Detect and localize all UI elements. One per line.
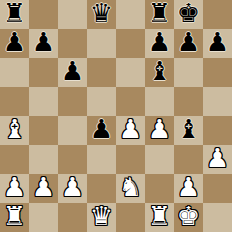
square-d4[interactable]: ♟ — [87, 116, 116, 145]
square-b7[interactable]: ♟ — [29, 29, 58, 58]
square-c3[interactable] — [58, 145, 87, 174]
square-d6[interactable] — [87, 58, 116, 87]
square-e1[interactable] — [116, 203, 145, 232]
square-g2[interactable]: ♟ — [174, 174, 203, 203]
square-c6[interactable]: ♟ — [58, 58, 87, 87]
square-h6[interactable] — [203, 58, 232, 87]
square-b1[interactable] — [29, 203, 58, 232]
square-c8[interactable] — [58, 0, 87, 29]
square-e7[interactable] — [116, 29, 145, 58]
square-e4[interactable]: ♟ — [116, 116, 145, 145]
square-a4[interactable]: ♝ — [0, 116, 29, 145]
black-rook-a8[interactable]: ♜ — [3, 0, 26, 28]
square-d8[interactable]: ♛ — [87, 0, 116, 29]
black-bishop-f6[interactable]: ♝ — [148, 57, 171, 86]
white-pawn-g2[interactable]: ♟ — [177, 173, 200, 202]
square-c5[interactable] — [58, 87, 87, 116]
white-rook-f1[interactable]: ♜ — [148, 202, 171, 231]
square-g1[interactable]: ♚ — [174, 203, 203, 232]
square-f3[interactable] — [145, 145, 174, 174]
square-f4[interactable]: ♟ — [145, 116, 174, 145]
square-c2[interactable]: ♟ — [58, 174, 87, 203]
square-h7[interactable]: ♟ — [203, 29, 232, 58]
black-queen-d8[interactable]: ♛ — [90, 0, 113, 28]
square-h4[interactable] — [203, 116, 232, 145]
chess-board: ♜♛♜♚♟♟♟♟♟♟♝♝♟♟♟♝♟♟♟♟♞♟♜♛♜♚ — [0, 0, 232, 232]
white-pawn-f4[interactable]: ♟ — [148, 115, 171, 144]
black-rook-f8[interactable]: ♜ — [148, 0, 171, 28]
black-pawn-h7[interactable]: ♟ — [206, 28, 229, 57]
square-f5[interactable] — [145, 87, 174, 116]
white-rook-a1[interactable]: ♜ — [3, 202, 26, 231]
black-pawn-f7[interactable]: ♟ — [148, 28, 171, 57]
white-knight-e2[interactable]: ♞ — [119, 173, 142, 202]
square-h1[interactable] — [203, 203, 232, 232]
square-b3[interactable] — [29, 145, 58, 174]
square-g8[interactable]: ♚ — [174, 0, 203, 29]
square-h8[interactable] — [203, 0, 232, 29]
square-a3[interactable] — [0, 145, 29, 174]
white-king-g1[interactable]: ♚ — [177, 202, 200, 231]
square-b2[interactable]: ♟ — [29, 174, 58, 203]
square-b8[interactable] — [29, 0, 58, 29]
square-d7[interactable] — [87, 29, 116, 58]
square-a2[interactable]: ♟ — [0, 174, 29, 203]
square-b6[interactable] — [29, 58, 58, 87]
square-a8[interactable]: ♜ — [0, 0, 29, 29]
white-pawn-h3[interactable]: ♟ — [206, 144, 229, 173]
square-d2[interactable] — [87, 174, 116, 203]
square-g4[interactable]: ♝ — [174, 116, 203, 145]
square-d5[interactable] — [87, 87, 116, 116]
square-h2[interactable] — [203, 174, 232, 203]
black-pawn-g7[interactable]: ♟ — [177, 28, 200, 57]
square-g7[interactable]: ♟ — [174, 29, 203, 58]
black-pawn-c6[interactable]: ♟ — [61, 57, 84, 86]
white-pawn-a2[interactable]: ♟ — [3, 173, 26, 202]
square-b4[interactable] — [29, 116, 58, 145]
square-c7[interactable] — [58, 29, 87, 58]
white-bishop-a4[interactable]: ♝ — [3, 115, 26, 144]
square-g6[interactable] — [174, 58, 203, 87]
square-e5[interactable] — [116, 87, 145, 116]
square-h3[interactable]: ♟ — [203, 145, 232, 174]
square-f2[interactable] — [145, 174, 174, 203]
square-g5[interactable] — [174, 87, 203, 116]
square-f8[interactable]: ♜ — [145, 0, 174, 29]
square-e2[interactable]: ♞ — [116, 174, 145, 203]
black-king-g8[interactable]: ♚ — [177, 0, 200, 28]
square-e3[interactable] — [116, 145, 145, 174]
square-g3[interactable] — [174, 145, 203, 174]
black-pawn-a7[interactable]: ♟ — [3, 28, 26, 57]
square-h5[interactable] — [203, 87, 232, 116]
white-pawn-c2[interactable]: ♟ — [61, 173, 84, 202]
square-d3[interactable] — [87, 145, 116, 174]
square-b5[interactable] — [29, 87, 58, 116]
square-e8[interactable] — [116, 0, 145, 29]
square-a5[interactable] — [0, 87, 29, 116]
square-e6[interactable] — [116, 58, 145, 87]
black-pawn-d4[interactable]: ♟ — [90, 115, 113, 144]
square-d1[interactable]: ♛ — [87, 203, 116, 232]
square-a6[interactable] — [0, 58, 29, 87]
square-c4[interactable] — [58, 116, 87, 145]
square-c1[interactable] — [58, 203, 87, 232]
white-queen-d1[interactable]: ♛ — [90, 202, 113, 231]
white-pawn-e4[interactable]: ♟ — [119, 115, 142, 144]
black-bishop-g4[interactable]: ♝ — [177, 115, 200, 144]
square-f1[interactable]: ♜ — [145, 203, 174, 232]
square-a1[interactable]: ♜ — [0, 203, 29, 232]
square-f6[interactable]: ♝ — [145, 58, 174, 87]
white-pawn-b2[interactable]: ♟ — [32, 173, 55, 202]
square-f7[interactable]: ♟ — [145, 29, 174, 58]
black-pawn-b7[interactable]: ♟ — [32, 28, 55, 57]
square-a7[interactable]: ♟ — [0, 29, 29, 58]
